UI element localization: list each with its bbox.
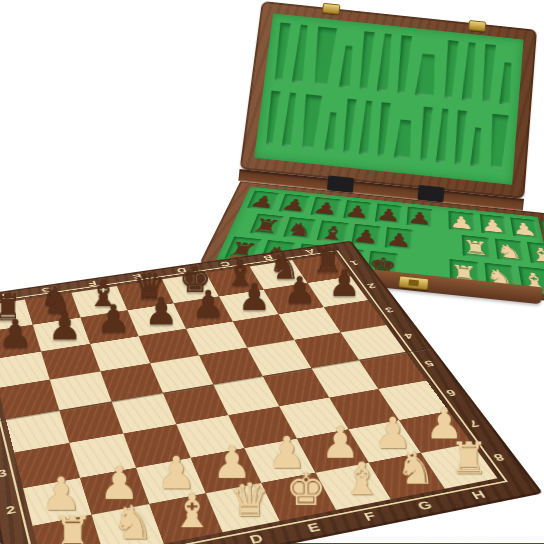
piece-slot: ♟ <box>479 214 506 235</box>
piece-slot: ♟ <box>351 224 381 247</box>
tray-piece-light-pawn[interactable]: ♟ <box>480 217 507 235</box>
piece-slot <box>480 44 497 103</box>
piece-white-knight[interactable]: ♞ <box>387 446 445 491</box>
tray-piece-dark-knight[interactable]: ♞ <box>283 220 315 239</box>
piece-slot <box>358 100 374 155</box>
brass-clasp-icon <box>322 3 341 15</box>
box-lid <box>240 1 537 199</box>
square-a1[interactable]: ♜ <box>33 515 104 544</box>
piece-slot <box>375 102 391 157</box>
piece-slot: ♟ <box>343 200 371 221</box>
tray-piece-dark-rook[interactable]: ♜ <box>250 217 283 236</box>
piece-slot: ♝ <box>527 242 544 266</box>
square-e5[interactable] <box>199 348 262 385</box>
square-b5[interactable] <box>50 372 112 411</box>
piece-slot <box>470 127 484 167</box>
piece-slot: ♟ <box>385 227 413 250</box>
piece-slot <box>341 98 357 153</box>
tray-piece-dark-pawn[interactable]: ♟ <box>311 200 340 218</box>
piece-white-queen[interactable]: ♛ <box>220 477 280 523</box>
tray-piece-dark-pawn[interactable]: ♟ <box>247 193 278 210</box>
piece-white-rook[interactable]: ♜ <box>440 436 497 480</box>
piece-slot <box>376 33 394 92</box>
piece-white-knight[interactable]: ♞ <box>102 499 163 544</box>
piece-black-pawn[interactable]: ♟ <box>321 265 368 301</box>
brass-clasp-icon <box>398 275 429 290</box>
square-a7[interactable]: ♟ <box>0 325 41 360</box>
piece-slot: ♟ <box>407 207 433 228</box>
tray-piece-dark-pawn[interactable]: ♟ <box>407 210 433 228</box>
piece-white-bishop[interactable]: ♝ <box>162 488 222 535</box>
tray-piece-light-pawn[interactable]: ♟ <box>510 220 538 238</box>
tray-piece-dark-pawn[interactable]: ♟ <box>343 203 371 221</box>
piece-black-pawn[interactable]: ♟ <box>89 299 138 337</box>
tray-piece-dark-pawn[interactable]: ♟ <box>375 206 402 224</box>
piece-white-bishop[interactable]: ♝ <box>332 456 391 501</box>
piece-slot: ♟ <box>449 211 475 232</box>
piece-slot <box>310 26 338 86</box>
piece-slot <box>452 110 467 165</box>
chess-storage-box: ♟♟♟♟♟♟♜♞♝♟♟♜♞♝♛♚ ♟♟♟♟♟♟♜♞♝♟♟♜♞♝♛♚ <box>230 0 542 286</box>
piece-black-pawn[interactable]: ♟ <box>137 292 186 330</box>
piece-slot: ♜ <box>250 214 284 236</box>
piece-black-pawn[interactable]: ♟ <box>276 272 324 309</box>
piece-slot <box>291 24 310 83</box>
piece-slot <box>442 40 459 99</box>
piece-slot <box>414 53 440 97</box>
tray-piece-light-rook[interactable]: ♜ <box>462 238 490 258</box>
tray-piece-dark-pawn[interactable]: ♟ <box>279 197 309 214</box>
piece-slot: ♞ <box>283 217 316 240</box>
piece-slot: ♟ <box>279 194 310 214</box>
tray-piece-light-knight[interactable]: ♞ <box>495 242 524 262</box>
piece-slot <box>435 108 450 163</box>
piece-slot <box>357 31 375 90</box>
piece-slot: ♟ <box>541 221 544 243</box>
piece-white-king[interactable]: ♚ <box>277 466 336 512</box>
piece-slot <box>272 22 291 81</box>
piece-slot <box>393 119 415 160</box>
piece-slot <box>281 92 298 147</box>
lid-slot-row <box>272 22 515 105</box>
tray-piece-dark-pawn[interactable]: ♟ <box>385 231 413 251</box>
product-photo: ♟♟♟♟♟♟♜♞♝♟♟♜♞♝♛♚ ♟♟♟♟♟♟♜♞♝♟♟♜♞♝♛♚ ABCDEF… <box>0 0 544 544</box>
piece-slot <box>264 90 281 145</box>
piece-slot: ♟ <box>311 197 341 218</box>
piece-slot <box>418 107 433 162</box>
piece-slot: ♟ <box>375 203 402 224</box>
lid-slot-row <box>264 90 510 169</box>
piece-slot <box>487 114 510 170</box>
piece-slot <box>461 42 478 101</box>
brass-clasp-icon <box>468 20 486 32</box>
lid-felt-compartments <box>254 13 523 185</box>
piece-slot <box>338 45 355 88</box>
square-b6[interactable] <box>41 344 100 380</box>
piece-white-rook[interactable]: ♜ <box>42 510 104 544</box>
tray-piece-light-bishop[interactable]: ♝ <box>527 245 544 265</box>
piece-slot <box>395 35 413 94</box>
piece-black-pawn[interactable]: ♟ <box>0 314 40 353</box>
tray-piece-light-pawn[interactable]: ♟ <box>449 214 475 232</box>
piece-slot: ♟ <box>510 217 539 238</box>
piece-black-pawn[interactable]: ♟ <box>184 285 232 322</box>
tray-piece-dark-pawn[interactable]: ♟ <box>351 227 380 247</box>
piece-slot <box>499 62 514 105</box>
piece-slot: ♟ <box>247 191 279 211</box>
piece-black-pawn[interactable]: ♟ <box>40 307 90 345</box>
piece-slot <box>324 112 339 152</box>
piece-black-pawn[interactable]: ♟ <box>230 278 278 315</box>
piece-slot: ♞ <box>494 238 524 262</box>
piece-slot: ♜ <box>462 235 490 258</box>
piece-slot <box>298 94 323 150</box>
